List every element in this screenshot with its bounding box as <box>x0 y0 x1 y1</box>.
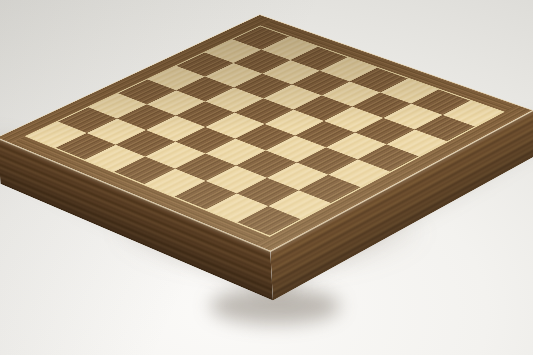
board-square-r5c5 <box>235 124 295 150</box>
perspective-wrapper <box>0 0 533 355</box>
board-square-r5c8 <box>328 159 389 187</box>
board-square-r7c8 <box>268 190 330 219</box>
camera-tilt <box>0 0 533 355</box>
board-square-r7c3 <box>116 130 176 157</box>
board-square-r8c5 <box>144 169 205 197</box>
board-square-r6c5 <box>206 139 266 166</box>
board-square-r8c7 <box>206 193 268 222</box>
board-square-r7c7 <box>237 178 299 206</box>
board-square-r3c8 <box>387 130 447 157</box>
board-square-r6c4 <box>176 127 236 154</box>
board-square-r8c6 <box>175 181 237 209</box>
board-square-r8c3 <box>85 145 145 172</box>
board-square-r7c5 <box>175 154 236 181</box>
board-square-r6c7 <box>267 162 328 190</box>
board-square-r8c4 <box>114 157 175 184</box>
board-square-r2c8 <box>415 115 475 141</box>
board-square-r4c8 <box>358 144 419 171</box>
board-square-r6c6 <box>236 150 297 177</box>
board-square-r7c4 <box>145 142 205 169</box>
chess-board <box>0 15 533 252</box>
board-square-r8c2 <box>56 133 116 160</box>
board-square-r8c8 <box>237 206 300 235</box>
board-square-r5c7 <box>297 147 358 174</box>
board-square-r6c8 <box>299 175 361 203</box>
board-square-r5c6 <box>266 136 326 163</box>
board-square-r4c6 <box>295 121 355 147</box>
studio-background <box>0 0 533 355</box>
board-square-r7c6 <box>206 166 267 194</box>
board-square-r4c7 <box>326 133 386 160</box>
board-square-r3c7 <box>355 118 415 144</box>
